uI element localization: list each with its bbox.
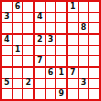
cell-r1c4[interactable]	[35, 2, 45, 12]
cell-r1c7-given[interactable]: 1	[68, 2, 78, 12]
cell-r6c3[interactable]	[23, 56, 33, 66]
cell-r6c2[interactable]	[13, 56, 23, 66]
cell-r6c9[interactable]	[89, 56, 99, 66]
cell-r6c7[interactable]	[68, 56, 78, 66]
cell-r3c4[interactable]	[35, 23, 45, 33]
cell-r1c9[interactable]	[89, 2, 99, 12]
cell-r4c7[interactable]	[68, 35, 78, 45]
cell-r9c9[interactable]	[89, 89, 99, 99]
cell-r3c1[interactable]	[2, 23, 12, 33]
cell-r2c1-given[interactable]: 3	[2, 13, 12, 23]
box-7: 52	[2, 68, 33, 99]
cell-r1c1[interactable]	[2, 2, 12, 12]
cell-r3c2[interactable]	[13, 23, 23, 33]
cell-r2c2[interactable]	[13, 13, 23, 23]
cell-r5c2-given[interactable]: 1	[13, 46, 23, 56]
cell-r7c3[interactable]	[23, 68, 33, 78]
cell-r7c6-given[interactable]: 1	[56, 68, 66, 78]
sudoku-board: 63 4 18 41 237 52 619 73	[0, 0, 101, 101]
cell-r4c6[interactable]	[56, 35, 66, 45]
cell-r3c9[interactable]	[89, 23, 99, 33]
box-9: 73	[68, 68, 99, 99]
cell-r6c6[interactable]	[56, 56, 66, 66]
cell-r4c8[interactable]	[79, 35, 89, 45]
box-1: 63	[2, 2, 33, 33]
cell-r1c6[interactable]	[56, 2, 66, 12]
cell-r9c8[interactable]	[79, 89, 89, 99]
cell-r8c1-given[interactable]: 5	[2, 79, 12, 89]
cell-r7c7-given[interactable]: 7	[68, 68, 78, 78]
cell-r7c4[interactable]	[35, 68, 45, 78]
cell-r9c4[interactable]	[35, 89, 45, 99]
cell-r8c9[interactable]	[89, 79, 99, 89]
cell-r8c3-given[interactable]: 2	[23, 79, 33, 89]
cell-r4c9[interactable]	[89, 35, 99, 45]
cell-r2c5[interactable]	[46, 13, 56, 23]
cell-r5c5[interactable]	[46, 46, 56, 56]
cell-r9c6-given[interactable]: 9	[56, 89, 66, 99]
cell-r6c5[interactable]	[46, 56, 56, 66]
cell-r9c5[interactable]	[46, 89, 56, 99]
cell-r8c5[interactable]	[46, 79, 56, 89]
cell-r6c1[interactable]	[2, 56, 12, 66]
cell-r6c4-given[interactable]: 7	[35, 56, 45, 66]
cell-r8c4[interactable]	[35, 79, 45, 89]
cell-r9c7[interactable]	[68, 89, 78, 99]
box-8: 619	[35, 68, 66, 99]
box-6	[68, 35, 99, 66]
cell-r4c3[interactable]	[23, 35, 33, 45]
cell-r7c8[interactable]	[79, 68, 89, 78]
cell-r3c3[interactable]	[23, 23, 33, 33]
cell-r5c9[interactable]	[89, 46, 99, 56]
box-2: 4	[35, 2, 66, 33]
cell-r9c3[interactable]	[23, 89, 33, 99]
cell-r2c6[interactable]	[56, 13, 66, 23]
cell-r4c2[interactable]	[13, 35, 23, 45]
cell-r5c1[interactable]	[2, 46, 12, 56]
cell-r7c9[interactable]	[89, 68, 99, 78]
cell-r3c5[interactable]	[46, 23, 56, 33]
cell-r5c7[interactable]	[68, 46, 78, 56]
cell-r4c4-given[interactable]: 2	[35, 35, 45, 45]
cell-r2c9[interactable]	[89, 13, 99, 23]
cell-r2c8[interactable]	[79, 13, 89, 23]
box-3: 18	[68, 2, 99, 33]
cell-r9c1[interactable]	[2, 89, 12, 99]
cell-r8c7[interactable]	[68, 79, 78, 89]
cell-r6c8[interactable]	[79, 56, 89, 66]
cell-r3c8-given[interactable]: 8	[79, 23, 89, 33]
cell-r1c5[interactable]	[46, 2, 56, 12]
box-4: 41	[2, 35, 33, 66]
cell-r5c6[interactable]	[56, 46, 66, 56]
cell-r2c7[interactable]	[68, 13, 78, 23]
cell-r1c2-given[interactable]: 6	[13, 2, 23, 12]
cell-r2c4-given[interactable]: 4	[35, 13, 45, 23]
cell-r7c2[interactable]	[13, 68, 23, 78]
cell-r7c5-given[interactable]: 6	[46, 68, 56, 78]
cell-r8c6[interactable]	[56, 79, 66, 89]
cell-r4c1-given[interactable]: 4	[2, 35, 12, 45]
cell-r5c3[interactable]	[23, 46, 33, 56]
cell-r1c8[interactable]	[79, 2, 89, 12]
cell-r7c1[interactable]	[2, 68, 12, 78]
cell-r8c8-given[interactable]: 3	[79, 79, 89, 89]
box-5: 237	[35, 35, 66, 66]
cell-r4c5-given[interactable]: 3	[46, 35, 56, 45]
cell-r1c3[interactable]	[23, 2, 33, 12]
cell-r3c6[interactable]	[56, 23, 66, 33]
cell-r9c2[interactable]	[13, 89, 23, 99]
cell-r3c7[interactable]	[68, 23, 78, 33]
cell-r8c2[interactable]	[13, 79, 23, 89]
cell-r5c8[interactable]	[79, 46, 89, 56]
cell-r2c3[interactable]	[23, 13, 33, 23]
cell-r5c4[interactable]	[35, 46, 45, 56]
